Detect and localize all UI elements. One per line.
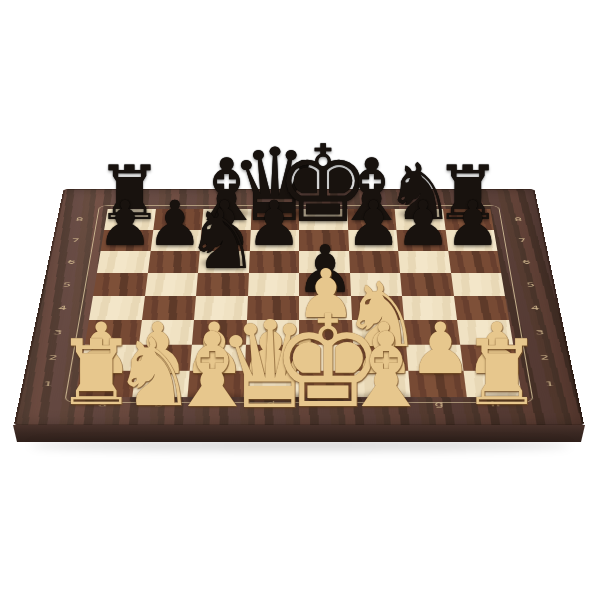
- chess-board-photo: abcdefgh 87654321 87654321 ♜♝♛♚♝♞♜♟♟♟♟♟♟…: [0, 0, 600, 600]
- piece-white-rook-h1[interactable]: ♜: [461, 329, 541, 419]
- piece-black-knight-c6[interactable]: ♞: [185, 199, 259, 282]
- pieces-layer: ♜♝♛♚♝♞♜♟♟♟♟♟♟♟♞♟♟♞♟♟♟♟♟♟♟♜♞♝♛♚♝♜: [0, 0, 600, 600]
- piece-black-pawn-h7[interactable]: ♟: [445, 193, 501, 255]
- piece-black-pawn-a7[interactable]: ♟: [97, 193, 153, 255]
- piece-black-pawn-g7[interactable]: ♟: [395, 193, 451, 255]
- piece-white-bishop-f1[interactable]: ♝: [340, 319, 432, 422]
